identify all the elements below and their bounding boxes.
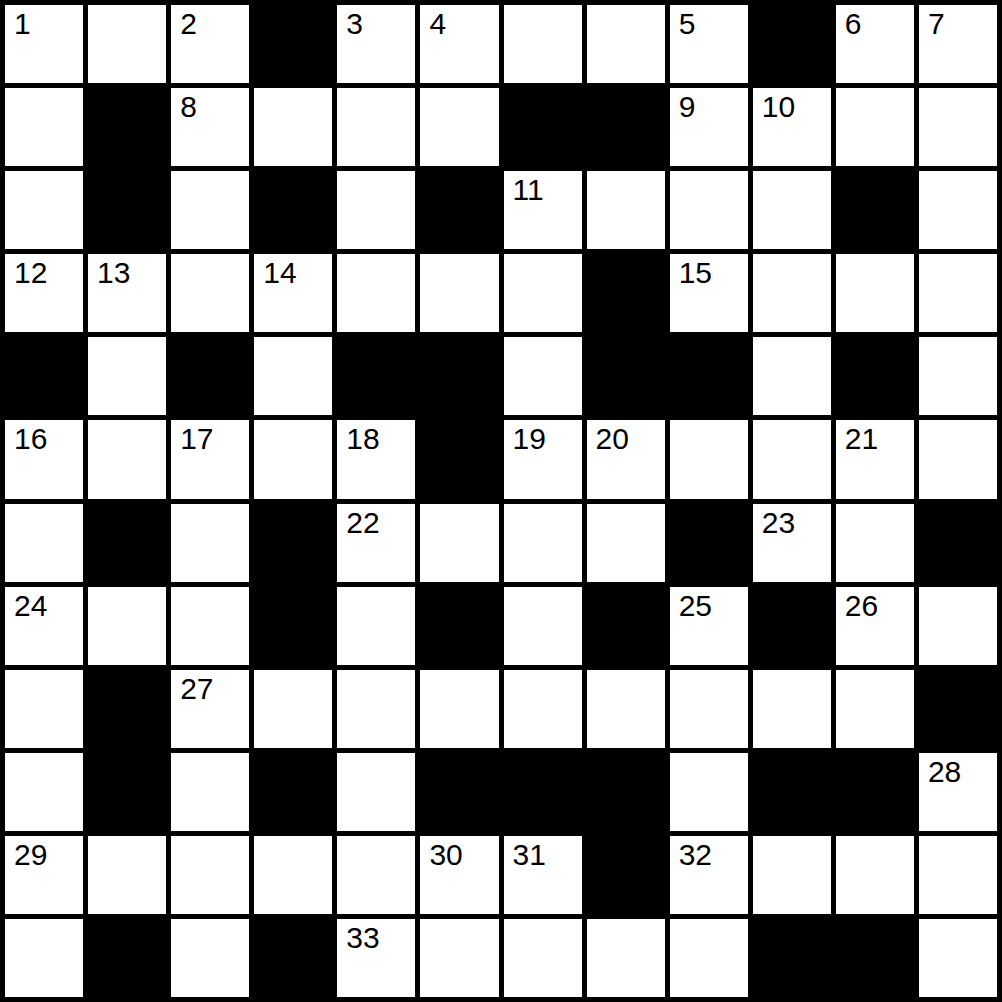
black-cell	[670, 337, 748, 415]
white-cell[interactable]	[171, 836, 249, 914]
white-cell[interactable]	[836, 670, 914, 748]
white-cell[interactable]: 25	[670, 587, 748, 665]
white-cell[interactable]	[420, 670, 498, 748]
clue-number: 16	[14, 422, 47, 457]
white-cell[interactable]	[254, 337, 332, 415]
white-cell[interactable]: 30	[420, 836, 498, 914]
black-cell	[587, 88, 665, 166]
black-cell	[420, 420, 498, 498]
white-cell[interactable]: 6	[836, 5, 914, 83]
clue-number: 3	[346, 7, 363, 42]
white-cell[interactable]	[171, 587, 249, 665]
white-cell[interactable]: 21	[836, 420, 914, 498]
white-cell[interactable]	[337, 836, 415, 914]
white-cell[interactable]: 12	[5, 254, 83, 332]
clue-number: 10	[762, 90, 795, 125]
white-cell[interactable]	[254, 670, 332, 748]
clue-number: 27	[180, 672, 213, 707]
clue-number: 25	[679, 589, 712, 624]
white-cell[interactable]: 4	[420, 5, 498, 83]
white-cell[interactable]	[836, 504, 914, 582]
white-cell[interactable]: 3	[337, 5, 415, 83]
clue-number: 18	[346, 422, 379, 457]
white-cell[interactable]	[420, 88, 498, 166]
white-cell[interactable]: 22	[337, 504, 415, 582]
black-cell	[504, 753, 582, 831]
white-cell[interactable]: 8	[171, 88, 249, 166]
white-cell[interactable]: 14	[254, 254, 332, 332]
clue-number: 1	[14, 7, 31, 42]
white-cell[interactable]: 9	[670, 88, 748, 166]
black-cell	[587, 587, 665, 665]
white-cell[interactable]	[88, 5, 166, 83]
black-cell	[88, 753, 166, 831]
white-cell[interactable]: 19	[504, 420, 582, 498]
white-cell[interactable]	[670, 420, 748, 498]
black-cell	[919, 670, 997, 748]
white-cell[interactable]	[504, 919, 582, 997]
black-cell	[254, 5, 332, 83]
clue-number: 9	[679, 90, 696, 125]
white-cell[interactable]	[5, 88, 83, 166]
clue-number: 33	[346, 921, 379, 956]
white-cell[interactable]: 17	[171, 420, 249, 498]
clue-number: 12	[14, 256, 47, 291]
black-cell	[504, 88, 582, 166]
white-cell[interactable]	[753, 171, 831, 249]
white-cell[interactable]	[919, 420, 997, 498]
white-cell[interactable]	[420, 254, 498, 332]
black-cell	[753, 919, 831, 997]
white-cell[interactable]	[337, 171, 415, 249]
white-cell[interactable]	[5, 171, 83, 249]
black-cell	[587, 836, 665, 914]
white-cell[interactable]	[254, 88, 332, 166]
white-cell[interactable]: 5	[670, 5, 748, 83]
white-cell[interactable]	[504, 5, 582, 83]
white-cell[interactable]: 1	[5, 5, 83, 83]
black-cell	[836, 171, 914, 249]
white-cell[interactable]: 13	[88, 254, 166, 332]
black-cell	[88, 88, 166, 166]
white-cell[interactable]	[420, 504, 498, 582]
clue-number: 23	[762, 506, 795, 541]
black-cell	[836, 753, 914, 831]
white-cell[interactable]	[836, 88, 914, 166]
white-cell[interactable]	[670, 753, 748, 831]
clue-number: 14	[263, 256, 296, 291]
white-cell[interactable]	[836, 836, 914, 914]
white-cell[interactable]: 31	[504, 836, 582, 914]
white-cell[interactable]	[587, 5, 665, 83]
white-cell[interactable]	[171, 171, 249, 249]
black-cell	[420, 337, 498, 415]
white-cell[interactable]: 29	[5, 836, 83, 914]
black-cell	[337, 337, 415, 415]
white-cell[interactable]	[587, 670, 665, 748]
clue-number: 7	[928, 7, 945, 42]
white-cell[interactable]	[919, 337, 997, 415]
black-cell	[254, 171, 332, 249]
white-cell[interactable]	[5, 670, 83, 748]
white-cell[interactable]	[670, 171, 748, 249]
clue-number: 5	[679, 7, 696, 42]
white-cell[interactable]: 23	[753, 504, 831, 582]
white-cell[interactable]	[171, 504, 249, 582]
white-cell[interactable]	[504, 337, 582, 415]
white-cell[interactable]: 20	[587, 420, 665, 498]
white-cell[interactable]	[88, 337, 166, 415]
black-cell	[254, 753, 332, 831]
white-cell[interactable]	[919, 254, 997, 332]
white-cell[interactable]	[753, 670, 831, 748]
white-cell[interactable]	[337, 670, 415, 748]
white-cell[interactable]	[337, 88, 415, 166]
clue-number: 21	[845, 422, 878, 457]
clue-number: 30	[429, 838, 462, 873]
black-cell	[587, 337, 665, 415]
white-cell[interactable]	[919, 88, 997, 166]
white-cell[interactable]	[171, 753, 249, 831]
white-cell[interactable]	[337, 587, 415, 665]
white-cell[interactable]	[88, 420, 166, 498]
white-cell[interactable]	[171, 254, 249, 332]
white-cell[interactable]	[753, 254, 831, 332]
white-cell[interactable]: 26	[836, 587, 914, 665]
white-cell[interactable]	[670, 670, 748, 748]
clue-number: 28	[928, 755, 961, 790]
clue-number: 15	[679, 256, 712, 291]
clue-number: 26	[845, 589, 878, 624]
black-cell	[753, 753, 831, 831]
clue-number: 24	[14, 589, 47, 624]
white-cell[interactable]: 15	[670, 254, 748, 332]
white-cell[interactable]: 28	[919, 753, 997, 831]
white-cell[interactable]	[171, 919, 249, 997]
white-cell[interactable]	[337, 753, 415, 831]
white-cell[interactable]: 7	[919, 5, 997, 83]
clue-number: 11	[513, 173, 544, 208]
white-cell[interactable]	[504, 587, 582, 665]
black-cell	[88, 504, 166, 582]
white-cell[interactable]	[504, 670, 582, 748]
clue-number: 8	[180, 90, 197, 125]
black-cell	[753, 5, 831, 83]
white-cell[interactable]	[753, 836, 831, 914]
white-cell[interactable]: 10	[753, 88, 831, 166]
black-cell	[836, 919, 914, 997]
clue-number: 4	[429, 7, 446, 42]
white-cell[interactable]	[254, 420, 332, 498]
white-cell[interactable]: 24	[5, 587, 83, 665]
clue-number: 2	[180, 7, 197, 42]
clue-number: 20	[596, 422, 629, 457]
white-cell[interactable]	[587, 919, 665, 997]
clue-number: 17	[180, 422, 213, 457]
crossword-board: 1234567891011121314151617181920212223242…	[0, 0, 1002, 1002]
white-cell[interactable]	[88, 836, 166, 914]
white-cell[interactable]	[670, 919, 748, 997]
white-cell[interactable]	[919, 919, 997, 997]
black-cell	[670, 504, 748, 582]
white-cell[interactable]: 18	[337, 420, 415, 498]
white-cell[interactable]	[5, 504, 83, 582]
black-cell	[254, 919, 332, 997]
black-cell	[88, 171, 166, 249]
white-cell[interactable]	[587, 504, 665, 582]
clue-number: 22	[346, 506, 379, 541]
clue-number: 6	[845, 7, 862, 42]
white-cell[interactable]: 27	[171, 670, 249, 748]
white-cell[interactable]: 32	[670, 836, 748, 914]
white-cell[interactable]	[753, 420, 831, 498]
black-cell	[5, 337, 83, 415]
white-cell[interactable]: 33	[337, 919, 415, 997]
black-cell	[753, 587, 831, 665]
black-cell	[171, 337, 249, 415]
black-cell	[587, 254, 665, 332]
clue-number: 13	[97, 256, 130, 291]
white-cell[interactable]	[836, 254, 914, 332]
black-cell	[587, 753, 665, 831]
white-cell[interactable]	[420, 919, 498, 997]
white-cell[interactable]	[919, 171, 997, 249]
white-cell[interactable]	[753, 337, 831, 415]
clue-number: 29	[14, 838, 47, 873]
black-cell	[254, 504, 332, 582]
clue-number: 31	[513, 838, 546, 873]
white-cell[interactable]: 16	[5, 420, 83, 498]
white-cell[interactable]: 11	[504, 171, 582, 249]
black-cell	[919, 504, 997, 582]
clue-number: 19	[513, 422, 546, 457]
white-cell[interactable]	[504, 504, 582, 582]
black-cell	[420, 753, 498, 831]
black-cell	[254, 587, 332, 665]
white-cell[interactable]	[254, 836, 332, 914]
white-cell[interactable]	[919, 836, 997, 914]
white-cell[interactable]: 2	[171, 5, 249, 83]
black-cell	[420, 171, 498, 249]
white-cell[interactable]	[88, 587, 166, 665]
white-cell[interactable]	[587, 171, 665, 249]
white-cell[interactable]	[919, 587, 997, 665]
clue-number: 32	[679, 838, 712, 873]
black-cell	[836, 337, 914, 415]
black-cell	[88, 919, 166, 997]
black-cell	[420, 587, 498, 665]
black-cell	[88, 670, 166, 748]
white-cell[interactable]	[5, 753, 83, 831]
white-cell[interactable]	[5, 919, 83, 997]
white-cell[interactable]	[337, 254, 415, 332]
white-cell[interactable]	[504, 254, 582, 332]
